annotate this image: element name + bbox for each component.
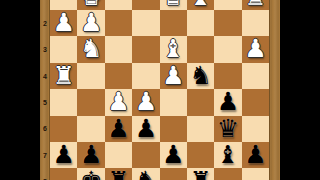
piece-black-bishop: ♝ xyxy=(217,141,239,167)
piece-black-knight: ♞ xyxy=(189,62,211,88)
square-d1: ♛ xyxy=(160,0,187,10)
square-d5 xyxy=(160,89,187,115)
rank-label-4: 4 xyxy=(40,72,50,81)
square-e7 xyxy=(132,142,159,168)
piece-white-pawn: ♟ xyxy=(244,36,266,62)
square-c8: ♜ xyxy=(187,168,214,180)
square-g2: ♟ xyxy=(77,10,104,36)
rank-label-3: 3 xyxy=(40,45,50,54)
square-b5: ♟ xyxy=(214,89,241,115)
piece-black-pawn: ♟ xyxy=(52,141,74,167)
square-c6 xyxy=(187,116,214,142)
rank-label-5: 5 xyxy=(40,98,50,107)
board-grid: ♚♛♝♜♟♟♞♝♟♜♟♞♟♟♟♟♟♛♟♟♟♝♟♚♜♞♜ xyxy=(50,0,269,180)
square-d2 xyxy=(160,10,187,36)
square-e3 xyxy=(132,36,159,62)
piece-black-pawn: ♟ xyxy=(217,89,239,115)
board-frame: ♚♛♝♜♟♟♞♝♟♜♟♞♟♟♟♟♟♛♟♟♟♝♟♚♜♞♜ 12345678 xyxy=(40,0,280,180)
square-g4 xyxy=(77,63,104,89)
square-d7: ♟ xyxy=(160,142,187,168)
rank-label-2: 2 xyxy=(40,19,50,28)
piece-black-pawn: ♟ xyxy=(80,141,102,167)
square-f7 xyxy=(105,142,132,168)
square-c7 xyxy=(187,142,214,168)
square-f5: ♟ xyxy=(105,89,132,115)
square-e8: ♞ xyxy=(132,168,159,180)
square-g5 xyxy=(77,89,104,115)
square-e6: ♟ xyxy=(132,116,159,142)
piece-black-rook: ♜ xyxy=(107,168,129,180)
square-e2 xyxy=(132,10,159,36)
piece-white-pawn: ♟ xyxy=(135,89,157,115)
square-b6: ♛ xyxy=(214,116,241,142)
square-h3 xyxy=(50,36,77,62)
square-f6: ♟ xyxy=(105,116,132,142)
rank-label-7: 7 xyxy=(40,151,50,160)
square-g6 xyxy=(77,116,104,142)
square-f2 xyxy=(105,10,132,36)
square-d3: ♝ xyxy=(160,36,187,62)
video-frame: ♚♛♝♜♟♟♞♝♟♜♟♞♟♟♟♟♟♛♟♟♟♝♟♚♜♞♜ 12345678 xyxy=(0,0,320,180)
piece-black-king: ♚ xyxy=(80,168,102,180)
square-f1 xyxy=(105,0,132,10)
square-h5 xyxy=(50,89,77,115)
square-e5: ♟ xyxy=(132,89,159,115)
square-d6 xyxy=(160,116,187,142)
piece-white-queen: ♛ xyxy=(162,0,184,10)
square-a4 xyxy=(242,63,269,89)
square-b3 xyxy=(214,36,241,62)
square-a1: ♜ xyxy=(242,0,269,10)
piece-black-rook: ♜ xyxy=(189,168,211,180)
piece-black-pawn: ♟ xyxy=(244,141,266,167)
square-a6 xyxy=(242,116,269,142)
piece-white-pawn: ♟ xyxy=(162,62,184,88)
square-f8: ♜ xyxy=(105,168,132,180)
square-b4 xyxy=(214,63,241,89)
square-g8: ♚ xyxy=(77,168,104,180)
square-b8 xyxy=(214,168,241,180)
square-c4: ♞ xyxy=(187,63,214,89)
piece-black-pawn: ♟ xyxy=(162,141,184,167)
piece-white-rook: ♜ xyxy=(52,62,74,88)
square-b2 xyxy=(214,10,241,36)
square-e1 xyxy=(132,0,159,10)
piece-black-queen: ♛ xyxy=(217,115,239,141)
rank-label-1: 1 xyxy=(40,0,50,1)
square-g3: ♞ xyxy=(77,36,104,62)
piece-black-pawn: ♟ xyxy=(107,115,129,141)
square-a8 xyxy=(242,168,269,180)
square-a2 xyxy=(242,10,269,36)
square-h2: ♟ xyxy=(50,10,77,36)
square-h4: ♜ xyxy=(50,63,77,89)
square-h8 xyxy=(50,168,77,180)
square-b7: ♝ xyxy=(214,142,241,168)
square-c3 xyxy=(187,36,214,62)
square-c1: ♝ xyxy=(187,0,214,10)
square-f3 xyxy=(105,36,132,62)
piece-white-bishop: ♝ xyxy=(189,0,211,10)
piece-black-knight: ♞ xyxy=(135,168,157,180)
square-c2 xyxy=(187,10,214,36)
piece-white-bishop: ♝ xyxy=(162,36,184,62)
square-g7: ♟ xyxy=(77,142,104,168)
piece-white-knight: ♞ xyxy=(80,36,102,62)
piece-white-pawn: ♟ xyxy=(52,9,74,35)
square-b1 xyxy=(214,0,241,10)
square-e4 xyxy=(132,63,159,89)
square-c5 xyxy=(187,89,214,115)
piece-white-pawn: ♟ xyxy=(107,89,129,115)
square-d4: ♟ xyxy=(160,63,187,89)
square-f4 xyxy=(105,63,132,89)
square-h7: ♟ xyxy=(50,142,77,168)
square-h6 xyxy=(50,116,77,142)
square-a7: ♟ xyxy=(242,142,269,168)
square-a5 xyxy=(242,89,269,115)
square-d8 xyxy=(160,168,187,180)
rank-label-8: 8 xyxy=(40,177,50,180)
piece-black-pawn: ♟ xyxy=(135,115,157,141)
square-a3: ♟ xyxy=(242,36,269,62)
rank-label-6: 6 xyxy=(40,124,50,133)
piece-white-rook: ♜ xyxy=(244,0,266,10)
piece-white-pawn: ♟ xyxy=(80,9,102,35)
